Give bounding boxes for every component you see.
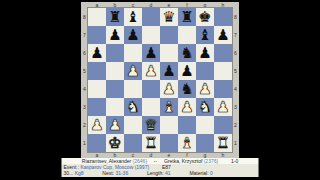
square-a4: [88, 80, 106, 98]
square-c1: [124, 134, 142, 152]
rank-label-4: 4: [83, 86, 86, 92]
square-d1: ♜: [142, 134, 160, 152]
square-b7: ♟: [106, 26, 124, 44]
white-pawn-a2: ♟: [90, 116, 103, 134]
square-c4: [124, 80, 142, 98]
black-player-rating: (2376): [204, 158, 218, 164]
rank-label-8: 8: [234, 14, 237, 20]
black-pawn-c7: ♟: [126, 26, 139, 44]
square-e1: [160, 134, 178, 152]
material-label: Material:: [189, 170, 210, 176]
square-c8: ♝: [124, 8, 142, 26]
square-c6: [124, 44, 142, 62]
square-a5: [88, 62, 106, 80]
white-rook-d1: ♜: [144, 134, 157, 152]
square-f8: ♜: [178, 8, 196, 26]
game-details: Event : Kasparov Cup, Moscow (1997) E87 …: [62, 164, 259, 177]
black-rook-b8: ♜: [108, 8, 121, 26]
square-c7: ♟: [124, 26, 142, 44]
square-b1: ♚: [106, 134, 124, 152]
rank-label-2: 2: [83, 122, 86, 128]
square-b8: ♜: [106, 8, 124, 26]
square-g4: ♟: [196, 80, 214, 98]
square-e6: [160, 44, 178, 62]
rank-labels-left: 87654321: [81, 8, 88, 152]
square-e2: [160, 116, 178, 134]
white-pawn-f3: ♟: [180, 98, 193, 116]
square-h3: ♟: [214, 98, 232, 116]
next-label: Next:: [102, 170, 115, 176]
rank-label-6: 6: [83, 50, 86, 56]
black-bishop-g7: ♝: [198, 26, 211, 44]
square-b4: [106, 80, 124, 98]
rank-label-3: 3: [234, 104, 237, 110]
white-knight-c3: ♞: [126, 98, 139, 116]
black-king-g8: ♚: [198, 8, 211, 26]
rank-label-7: 7: [234, 32, 237, 38]
square-e7: [160, 26, 178, 44]
black-rook-f8: ♜: [180, 8, 193, 26]
square-d8: [142, 8, 160, 26]
rank-label-4: 4: [234, 86, 237, 92]
square-f2: [178, 116, 196, 134]
white-rook-h1: ♜: [216, 134, 229, 152]
rank-label-7: 7: [83, 32, 86, 38]
rank-label-1: 1: [83, 140, 86, 146]
white-bishop-f1: ♝: [180, 134, 193, 152]
game-info-panel: Riazantsev, Alexander (2646) -- Gretka, …: [62, 158, 259, 177]
square-c5: ♟: [124, 62, 142, 80]
black-pawn-a6: ♟: [90, 44, 103, 62]
square-g5: [196, 62, 214, 80]
rank-label-3: 3: [83, 104, 86, 110]
square-e3: ♝: [160, 98, 178, 116]
square-e8: ♛: [160, 8, 178, 26]
square-e5: ♟: [160, 62, 178, 80]
black-pawn-d6: ♟: [144, 44, 157, 62]
square-a7: [88, 26, 106, 44]
square-h8: [214, 8, 232, 26]
square-f3: ♟: [178, 98, 196, 116]
rank-label-1: 1: [234, 140, 237, 146]
square-f7: [178, 26, 196, 44]
length-value: 41: [165, 170, 171, 176]
square-b3: [106, 98, 124, 116]
square-d5: ♟: [142, 62, 160, 80]
rank-label-2: 2: [234, 122, 237, 128]
square-f6: ♞: [178, 44, 196, 62]
square-b2: ♟: [106, 116, 124, 134]
square-a6: ♟: [88, 44, 106, 62]
white-pawn-d5: ♟: [144, 62, 157, 80]
square-h4: [214, 80, 232, 98]
white-knight-g3: ♞: [198, 98, 211, 116]
black-pawn-e5: ♟: [162, 62, 175, 80]
square-g2: [196, 116, 214, 134]
square-a8: [88, 8, 106, 26]
vs-separator: --: [154, 158, 157, 164]
white-pawn-g4: ♟: [198, 80, 211, 98]
square-h2: [214, 116, 232, 134]
white-pawn-h3: ♟: [216, 98, 229, 116]
square-g3: ♞: [196, 98, 214, 116]
square-f5: ♟: [178, 62, 196, 80]
rank-labels-right: 87654321: [232, 8, 239, 152]
white-pawn-e4: ♟: [162, 80, 175, 98]
chess-board: abcdefgh 87654321 ♜♝♛♜♚♟♟♝♟♟♟♞♟♟♟♟♟♟♞♟♞♝…: [81, 2, 239, 158]
video-frame: abcdefgh 87654321 ♜♝♛♜♚♟♟♝♟♟♟♞♟♟♟♟♟♟♞♟♞♝…: [0, 0, 320, 180]
rank-label-6: 6: [234, 50, 237, 56]
square-g7: ♝: [196, 26, 214, 44]
square-a2: ♟: [88, 116, 106, 134]
square-h6: [214, 44, 232, 62]
last-move: Kg8: [75, 170, 84, 176]
square-f1: ♝: [178, 134, 196, 152]
square-g8: ♚: [196, 8, 214, 26]
white-pawn-c5: ♟: [126, 62, 139, 80]
square-a3: [88, 98, 106, 116]
status-line: 30... Kg8 Next: 31-36 Length: 41 Materia…: [64, 171, 257, 176]
black-pawn-g6: ♟: [198, 44, 211, 62]
material-value: 0: [210, 170, 213, 176]
square-f4: ♞: [178, 80, 196, 98]
next-value: 31-36: [115, 170, 128, 176]
square-d2: ♛: [142, 116, 160, 134]
square-c2: [124, 116, 142, 134]
black-pawn-b7: ♟: [108, 26, 121, 44]
black-pawn-h7: ♟: [216, 26, 229, 44]
game-result: 1-0: [231, 158, 238, 164]
square-g1: [196, 134, 214, 152]
square-g6: ♟: [196, 44, 214, 62]
square-c3: ♞: [124, 98, 142, 116]
square-d4: [142, 80, 160, 98]
black-queen-e8: ♛: [162, 8, 175, 26]
square-b6: [106, 44, 124, 62]
move-number: 30...: [64, 170, 74, 176]
black-bishop-c8: ♝: [126, 8, 139, 26]
square-h1: ♜: [214, 134, 232, 152]
black-knight-f6: ♞: [180, 44, 193, 62]
square-b5: [106, 62, 124, 80]
square-e4: ♟: [160, 80, 178, 98]
rank-label-5: 5: [83, 68, 86, 74]
square-h5: [214, 62, 232, 80]
rank-label-5: 5: [234, 68, 237, 74]
board-squares: ♜♝♛♜♚♟♟♝♟♟♟♞♟♟♟♟♟♟♞♟♞♝♟♞♟♟♟♛♚♜♝♜: [88, 8, 232, 152]
square-h7: ♟: [214, 26, 232, 44]
black-pawn-f5: ♟: [180, 62, 193, 80]
rank-label-8: 8: [83, 14, 86, 20]
square-d3: [142, 98, 160, 116]
black-knight-f4: ♞: [180, 80, 193, 98]
white-pawn-b2: ♟: [108, 116, 121, 134]
white-bishop-e3: ♝: [162, 98, 175, 116]
square-a1: [88, 134, 106, 152]
square-d6: ♟: [142, 44, 160, 62]
length-label: Length:: [147, 170, 165, 176]
white-queen-d2: ♛: [144, 116, 157, 134]
square-d7: [142, 26, 160, 44]
white-king-b1: ♚: [108, 134, 121, 152]
